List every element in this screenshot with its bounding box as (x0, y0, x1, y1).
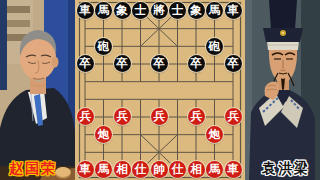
piece-red-相[interactable]: 相 (188, 161, 205, 178)
piece-red-仕[interactable]: 仕 (132, 161, 149, 178)
piece-black-卒[interactable]: 卒 (225, 55, 242, 72)
pieces-grid: 車馬象士將士象馬車砲砲卒卒卒卒卒兵兵兵兵兵炮炮車馬相仕帥仕相馬車 (76, 2, 243, 179)
piece-red-帥[interactable]: 帥 (151, 161, 168, 178)
piece-red-兵[interactable]: 兵 (151, 108, 168, 125)
piece-black-卒[interactable]: 卒 (77, 55, 94, 72)
piece-red-炮[interactable]: 炮 (206, 126, 223, 143)
piece-black-馬[interactable]: 馬 (206, 2, 223, 19)
piece-red-相[interactable]: 相 (114, 161, 131, 178)
piece-black-卒[interactable]: 卒 (188, 55, 205, 72)
piece-red-車[interactable]: 車 (225, 161, 242, 178)
piece-red-兵[interactable]: 兵 (225, 108, 242, 125)
piece-red-兵[interactable]: 兵 (77, 108, 94, 125)
right-player-panel: 袁洪梁 (245, 0, 320, 180)
right-player-portrait (245, 0, 320, 180)
xiangqi-board: 車馬象士將士象馬車砲砲卒卒卒卒卒兵兵兵兵兵炮炮車馬相仕帥仕相馬車 (75, 0, 245, 180)
piece-black-將[interactable]: 將 (151, 2, 168, 19)
piece-black-車[interactable]: 車 (225, 2, 242, 19)
piece-black-車[interactable]: 車 (77, 2, 94, 19)
piece-black-馬[interactable]: 馬 (95, 2, 112, 19)
piece-red-車[interactable]: 車 (77, 161, 94, 178)
piece-black-士[interactable]: 士 (132, 2, 149, 19)
piece-red-兵[interactable]: 兵 (114, 108, 131, 125)
piece-red-仕[interactable]: 仕 (169, 161, 186, 178)
piece-red-炮[interactable]: 炮 (95, 126, 112, 143)
left-player-panel: 赵国荣 (0, 0, 75, 180)
left-player-name: 赵国荣 (9, 160, 57, 178)
piece-red-馬[interactable]: 馬 (206, 161, 223, 178)
video-frame: 赵国荣 車馬象士將士象馬車砲砲卒卒卒卒卒兵兵兵兵兵炮炮車馬相仕帥仕相馬車 (0, 0, 320, 180)
piece-black-砲[interactable]: 砲 (206, 38, 223, 55)
piece-black-卒[interactable]: 卒 (151, 55, 168, 72)
piece-black-卒[interactable]: 卒 (114, 55, 131, 72)
piece-black-象[interactable]: 象 (188, 2, 205, 19)
piece-red-馬[interactable]: 馬 (95, 161, 112, 178)
piece-red-兵[interactable]: 兵 (188, 108, 205, 125)
piece-black-象[interactable]: 象 (114, 2, 131, 19)
piece-black-士[interactable]: 士 (169, 2, 186, 19)
piece-black-砲[interactable]: 砲 (95, 38, 112, 55)
left-player-photo (0, 0, 75, 180)
right-player-name: 袁洪梁 (262, 160, 310, 178)
